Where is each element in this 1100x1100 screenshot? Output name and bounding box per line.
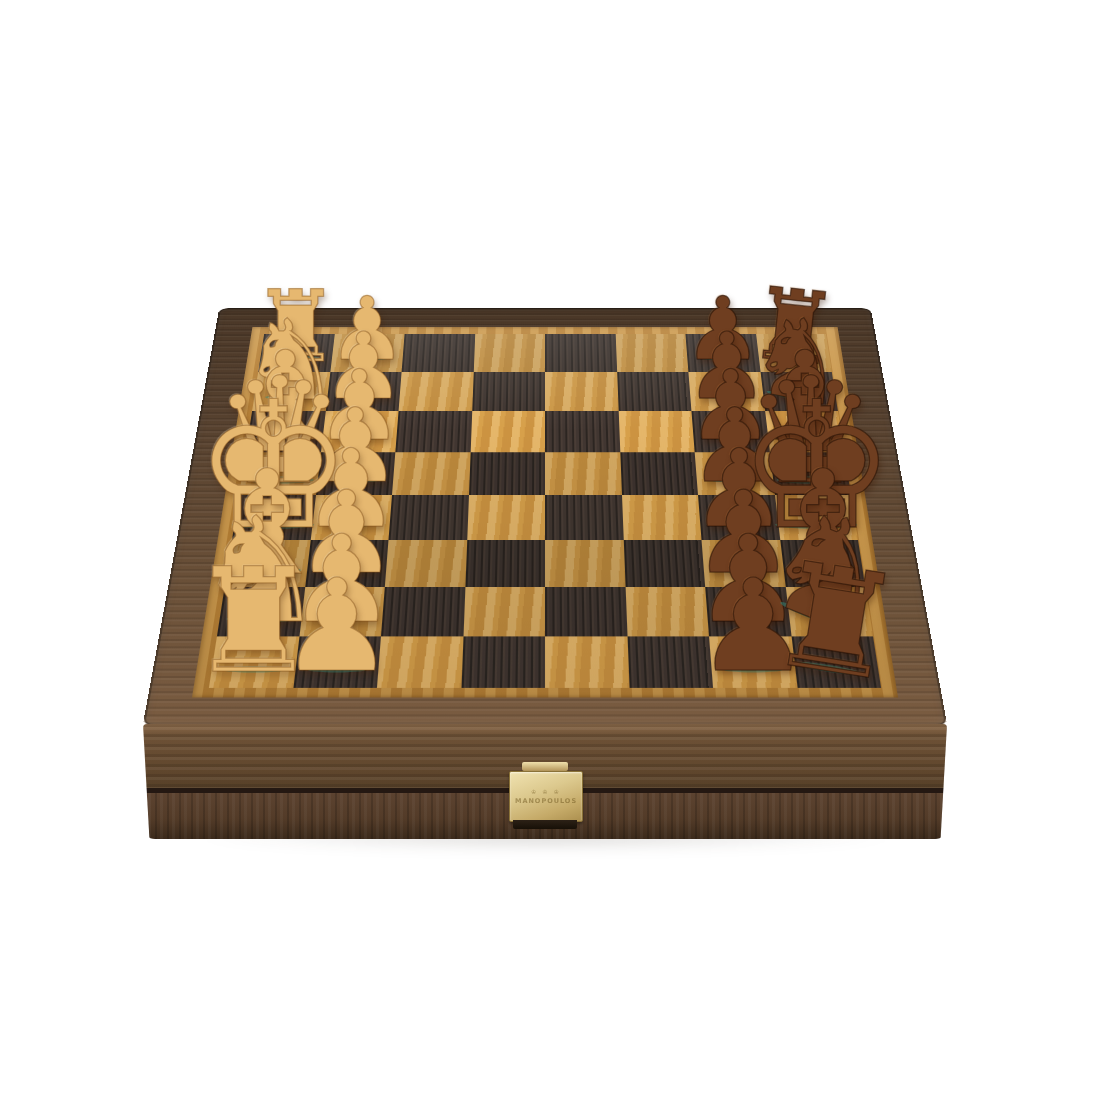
- square-h5[interactable]: [545, 636, 629, 688]
- square-c6[interactable]: [618, 411, 694, 452]
- square-c5[interactable]: [545, 411, 620, 452]
- piece-white-pawn-h2[interactable]: ♟: [280, 564, 394, 692]
- square-a4[interactable]: [473, 334, 545, 372]
- square-a3[interactable]: [402, 334, 475, 372]
- square-a6[interactable]: [615, 334, 688, 372]
- square-b6[interactable]: [617, 372, 692, 411]
- square-f5[interactable]: [545, 540, 625, 587]
- piece-black-rook-h8[interactable]: ♜: [761, 541, 912, 704]
- clasp-plate: ♔ ♔ ♔ MANOPOULOS: [509, 771, 583, 822]
- clasp-crown-marks: ♔ ♔ ♔: [531, 789, 561, 795]
- square-d3[interactable]: [392, 452, 470, 495]
- chess-box-front: ♔ ♔ ♔ MANOPOULOS: [143, 724, 947, 839]
- square-f4[interactable]: [465, 540, 545, 587]
- clasp-brand-engraving: MANOPOULOS: [515, 798, 577, 805]
- square-b3[interactable]: [399, 372, 474, 411]
- square-g5[interactable]: [545, 587, 627, 636]
- square-b5[interactable]: [545, 372, 618, 411]
- square-a5[interactable]: [545, 334, 617, 372]
- square-e4[interactable]: [467, 495, 545, 540]
- clasp-hinge: [522, 762, 568, 771]
- square-b4[interactable]: [472, 372, 545, 411]
- square-g4[interactable]: [463, 587, 545, 636]
- brass-clasp: ♔ ♔ ♔ MANOPOULOS: [509, 762, 581, 834]
- product-photo-scene: ♔ ♔ ♔ MANOPOULOS ♜♟♟♜♞♟♟♞♝♟♟♝♛♟♟♛♚♟♟♚♝♟♟…: [0, 0, 1100, 1100]
- square-c4[interactable]: [470, 411, 545, 452]
- square-c3[interactable]: [395, 411, 471, 452]
- square-d5[interactable]: [545, 452, 622, 495]
- square-e5[interactable]: [545, 495, 623, 540]
- square-h4[interactable]: [461, 636, 545, 688]
- clasp-catch: [513, 820, 577, 829]
- square-d4[interactable]: [469, 452, 546, 495]
